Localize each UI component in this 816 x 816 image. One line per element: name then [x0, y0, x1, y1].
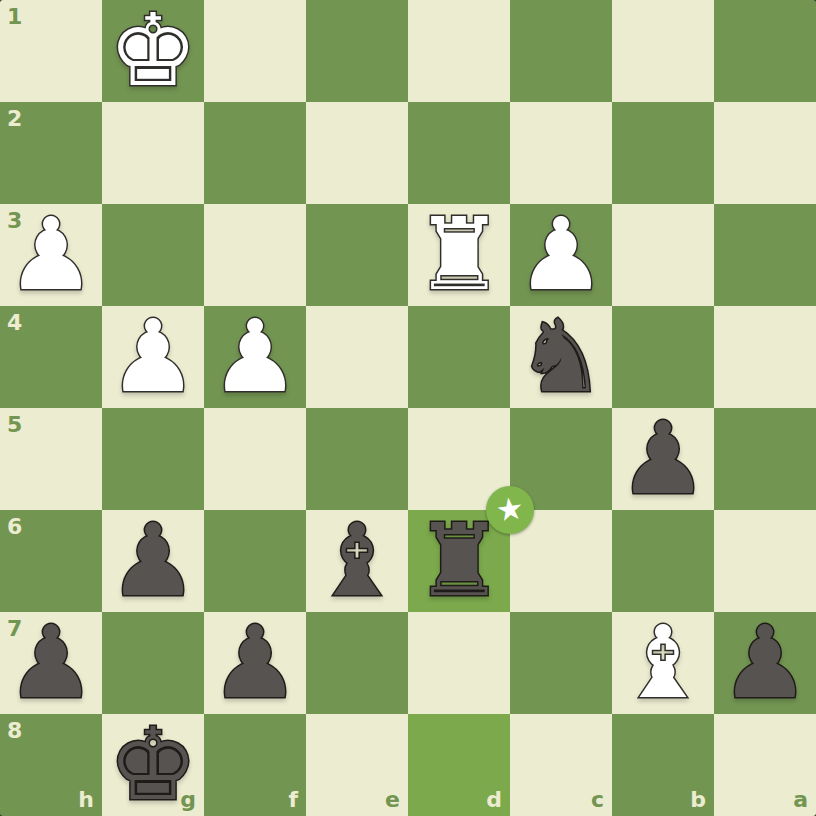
piece-black-pawn-b5[interactable]: ♟	[618, 408, 708, 510]
piece-black-pawn-h7[interactable]: ♟	[6, 612, 96, 714]
best-move-badge: ★	[486, 486, 534, 534]
square-h4[interactable]: 4	[0, 306, 102, 408]
square-c2[interactable]	[510, 102, 612, 204]
square-a4[interactable]	[714, 306, 816, 408]
square-e1[interactable]	[306, 0, 408, 102]
square-e5[interactable]	[306, 408, 408, 510]
chess-board: 1♚23♟♜♟4♟♟♞5♟6♟♝♜7♟♟♝♟8hg♚fedcba	[0, 0, 816, 816]
square-g2[interactable]	[102, 102, 204, 204]
rank-label-2: 2	[7, 108, 22, 130]
square-h5[interactable]: 5	[0, 408, 102, 510]
piece-white-bishop-b7[interactable]: ♝	[618, 612, 708, 714]
square-b7[interactable]: ♝	[612, 612, 714, 714]
file-label-d: d	[486, 789, 502, 811]
square-b6[interactable]	[612, 510, 714, 612]
piece-black-pawn-g6[interactable]: ♟	[108, 510, 198, 612]
piece-black-rook-d6[interactable]: ♜	[414, 510, 504, 612]
rank-label-4: 4	[7, 312, 22, 334]
square-f2[interactable]	[204, 102, 306, 204]
square-h6[interactable]: 6	[0, 510, 102, 612]
square-h2[interactable]: 2	[0, 102, 102, 204]
square-g3[interactable]	[102, 204, 204, 306]
square-d4[interactable]	[408, 306, 510, 408]
square-f1[interactable]	[204, 0, 306, 102]
square-h8[interactable]: 8h	[0, 714, 102, 816]
rank-label-5: 5	[7, 414, 22, 436]
piece-white-pawn-h3[interactable]: ♟	[6, 204, 96, 306]
square-d8[interactable]: d	[408, 714, 510, 816]
rank-label-6: 6	[7, 516, 22, 538]
piece-black-knight-c4[interactable]: ♞	[516, 306, 606, 408]
square-c4[interactable]: ♞	[510, 306, 612, 408]
square-a8[interactable]: a	[714, 714, 816, 816]
piece-black-bishop-e6[interactable]: ♝	[312, 510, 402, 612]
square-a5[interactable]	[714, 408, 816, 510]
square-d2[interactable]	[408, 102, 510, 204]
rank-label-1: 1	[7, 6, 22, 28]
square-h7[interactable]: 7♟	[0, 612, 102, 714]
square-a2[interactable]	[714, 102, 816, 204]
square-a1[interactable]	[714, 0, 816, 102]
square-b5[interactable]: ♟	[612, 408, 714, 510]
rank-label-8: 8	[7, 720, 22, 742]
piece-white-rook-d3[interactable]: ♜	[414, 204, 504, 306]
square-d1[interactable]	[408, 0, 510, 102]
square-e3[interactable]	[306, 204, 408, 306]
file-label-e: e	[385, 789, 400, 811]
square-g1[interactable]: ♚	[102, 0, 204, 102]
square-b4[interactable]	[612, 306, 714, 408]
piece-white-pawn-c3[interactable]: ♟	[516, 204, 606, 306]
square-f3[interactable]	[204, 204, 306, 306]
square-e4[interactable]	[306, 306, 408, 408]
square-g8[interactable]: g♚	[102, 714, 204, 816]
square-e6[interactable]: ♝	[306, 510, 408, 612]
square-a3[interactable]	[714, 204, 816, 306]
square-f8[interactable]: f	[204, 714, 306, 816]
square-b1[interactable]	[612, 0, 714, 102]
piece-black-pawn-a7[interactable]: ♟	[720, 612, 810, 714]
square-a6[interactable]	[714, 510, 816, 612]
piece-white-king-g1[interactable]: ♚	[108, 0, 198, 102]
square-f6[interactable]	[204, 510, 306, 612]
file-label-c: c	[591, 789, 604, 811]
square-e8[interactable]: e	[306, 714, 408, 816]
square-c1[interactable]	[510, 0, 612, 102]
square-h1[interactable]: 1	[0, 0, 102, 102]
square-g4[interactable]: ♟	[102, 306, 204, 408]
square-c7[interactable]	[510, 612, 612, 714]
square-g5[interactable]	[102, 408, 204, 510]
square-b3[interactable]	[612, 204, 714, 306]
file-label-f: f	[288, 789, 298, 811]
piece-black-king-g8[interactable]: ♚	[108, 714, 198, 816]
file-label-b: b	[690, 789, 706, 811]
square-a7[interactable]: ♟	[714, 612, 816, 714]
square-e2[interactable]	[306, 102, 408, 204]
square-d7[interactable]	[408, 612, 510, 714]
square-f7[interactable]: ♟	[204, 612, 306, 714]
file-label-a: a	[793, 789, 808, 811]
square-h3[interactable]: 3♟	[0, 204, 102, 306]
square-b2[interactable]	[612, 102, 714, 204]
square-f5[interactable]	[204, 408, 306, 510]
square-g7[interactable]	[102, 612, 204, 714]
square-g6[interactable]: ♟	[102, 510, 204, 612]
square-c8[interactable]: c	[510, 714, 612, 816]
square-d3[interactable]: ♜	[408, 204, 510, 306]
square-f4[interactable]: ♟	[204, 306, 306, 408]
chess-board-wrap: 1♚23♟♜♟4♟♟♞5♟6♟♝♜7♟♟♝♟8hg♚fedcba ★	[0, 0, 816, 816]
star-icon: ★	[494, 492, 526, 527]
piece-black-pawn-f7[interactable]: ♟	[210, 612, 300, 714]
square-b8[interactable]: b	[612, 714, 714, 816]
file-label-h: h	[78, 789, 94, 811]
piece-white-pawn-g4[interactable]: ♟	[108, 306, 198, 408]
square-c3[interactable]: ♟	[510, 204, 612, 306]
square-e7[interactable]	[306, 612, 408, 714]
piece-white-pawn-f4[interactable]: ♟	[210, 306, 300, 408]
